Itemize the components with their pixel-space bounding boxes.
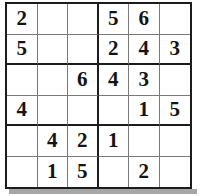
cell-r5-c6[interactable] bbox=[160, 126, 191, 157]
cell-r1-c5[interactable]: 6 bbox=[129, 4, 160, 35]
cell-r1-c3[interactable] bbox=[68, 4, 99, 35]
board-shadow bbox=[9, 189, 197, 194]
cell-r6-c5[interactable]: 2 bbox=[129, 157, 160, 188]
cell-r3-c2[interactable] bbox=[38, 65, 69, 96]
cell-r5-c4[interactable]: 1 bbox=[99, 126, 130, 157]
cell-r6-c2[interactable]: 1 bbox=[38, 157, 69, 188]
cell-r5-c1[interactable] bbox=[7, 126, 38, 157]
cell-r5-c2[interactable]: 4 bbox=[38, 126, 69, 157]
cell-r3-c3[interactable]: 6 bbox=[68, 65, 99, 96]
cell-r1-c6[interactable] bbox=[160, 4, 191, 35]
cell-r6-c1[interactable] bbox=[7, 157, 38, 188]
cell-r3-c4[interactable]: 4 bbox=[99, 65, 130, 96]
cell-r6-c3[interactable]: 5 bbox=[68, 157, 99, 188]
cell-r1-c1[interactable]: 2 bbox=[7, 4, 38, 35]
cell-r3-c1[interactable] bbox=[7, 65, 38, 96]
cell-r4-c6[interactable]: 5 bbox=[160, 96, 191, 127]
cell-r6-c6[interactable] bbox=[160, 157, 191, 188]
cell-r1-c2[interactable] bbox=[38, 4, 69, 35]
cell-r2-c4[interactable]: 2 bbox=[99, 35, 130, 66]
cell-r5-c3[interactable]: 2 bbox=[68, 126, 99, 157]
cell-r1-c4[interactable]: 5 bbox=[99, 4, 130, 35]
cell-r6-c4[interactable] bbox=[99, 157, 130, 188]
cell-r2-c5[interactable]: 4 bbox=[129, 35, 160, 66]
cell-r3-c6[interactable] bbox=[160, 65, 191, 96]
cell-r2-c3[interactable] bbox=[68, 35, 99, 66]
cell-r3-c5[interactable]: 3 bbox=[129, 65, 160, 96]
cell-r2-c2[interactable] bbox=[38, 35, 69, 66]
cell-r4-c3[interactable] bbox=[68, 96, 99, 127]
cell-r2-c6[interactable]: 3 bbox=[160, 35, 191, 66]
puzzle-page: 2 5 6 5 2 4 3 6 4 3 4 1 5 4 2 1 1 bbox=[0, 0, 200, 196]
cell-r4-c1[interactable]: 4 bbox=[7, 96, 38, 127]
cell-r4-c4[interactable] bbox=[99, 96, 130, 127]
cell-r2-c1[interactable]: 5 bbox=[7, 35, 38, 66]
sudoku-board: 2 5 6 5 2 4 3 6 4 3 4 1 5 4 2 1 1 bbox=[5, 2, 192, 189]
cell-r5-c5[interactable] bbox=[129, 126, 160, 157]
cell-r4-c2[interactable] bbox=[38, 96, 69, 127]
cell-r4-c5[interactable]: 1 bbox=[129, 96, 160, 127]
